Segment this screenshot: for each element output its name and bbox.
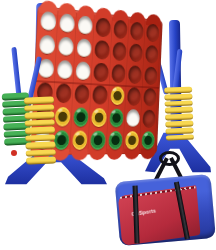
cell-r5c2[interactable] [53, 105, 73, 129]
empty-hole [39, 35, 56, 56]
empty-hole [78, 15, 93, 36]
cell-r5c7[interactable] [141, 108, 158, 130]
cell-r1c5[interactable] [111, 17, 129, 41]
cell-r6c3[interactable] [71, 129, 90, 152]
empty-hole [56, 83, 72, 103]
yellow-ring [164, 93, 192, 100]
cell-r1c3[interactable] [76, 13, 95, 38]
yellow-ring [165, 100, 193, 107]
empty-hole [94, 63, 109, 83]
cell-r4c2[interactable] [54, 81, 74, 105]
empty-hole [57, 60, 73, 80]
empty-hole [113, 19, 127, 39]
empty-hole [143, 88, 157, 107]
cell-r4c6[interactable] [125, 85, 142, 108]
empty-hole [59, 13, 75, 34]
cell-r1c6[interactable] [128, 19, 145, 43]
empty-hole [58, 36, 74, 57]
yellow-ring [24, 96, 54, 104]
cell-r6c4[interactable] [89, 129, 108, 152]
empty-hole [40, 11, 57, 32]
cell-r3c3[interactable] [74, 59, 93, 83]
yellow-disc [72, 131, 88, 150]
cell-r6c7[interactable] [140, 129, 157, 151]
yellow-ring [24, 104, 54, 112]
yellow-ring [165, 107, 193, 114]
cell-r3c7[interactable] [142, 64, 159, 87]
green-disc [90, 131, 105, 150]
cell-r2c2[interactable] [56, 34, 76, 59]
yellow-disc [110, 86, 125, 105]
cell-r3c5[interactable] [109, 62, 127, 85]
empty-hole [77, 38, 92, 58]
yellow-ring [26, 156, 56, 164]
empty-hole [76, 61, 91, 81]
carry-bag: GoSports [114, 166, 216, 248]
empty-hole [126, 109, 140, 128]
yellow-ring [25, 141, 55, 149]
yellow-ring [166, 134, 194, 141]
empty-hole [111, 64, 126, 83]
empty-hole [75, 84, 91, 104]
yellow-ring [166, 127, 194, 134]
green-disc [108, 131, 123, 150]
yellow-ring [26, 149, 56, 157]
cell-r2c6[interactable] [127, 41, 144, 64]
empty-hole [146, 23, 160, 42]
yellow-ring [165, 120, 193, 127]
cell-r2c7[interactable] [143, 43, 160, 66]
cell-r1c1[interactable] [38, 9, 58, 35]
red-knob [11, 150, 17, 156]
yellow-ring [25, 119, 55, 127]
cell-r1c4[interactable] [94, 15, 112, 39]
cell-r2c3[interactable] [75, 36, 94, 60]
cell-r4c4[interactable] [91, 83, 109, 106]
empty-hole [95, 40, 110, 60]
green-disc [141, 131, 155, 149]
cell-r5c3[interactable] [72, 105, 91, 128]
empty-hole [145, 45, 159, 64]
empty-hole [129, 43, 143, 62]
right-yellow-caddy [164, 87, 194, 141]
cell-r1c2[interactable] [57, 11, 77, 36]
yellow-ring [24, 111, 54, 119]
yellow-ring [25, 126, 55, 134]
cell-r6c5[interactable] [106, 129, 124, 151]
green-disc [54, 130, 70, 150]
empty-hole [112, 42, 126, 62]
empty-hole [128, 65, 142, 84]
yellow-disc [91, 108, 106, 127]
empty-hole [144, 66, 158, 85]
left-yellow-caddy [24, 96, 56, 164]
cell-r3c2[interactable] [55, 58, 75, 83]
empty-hole [93, 85, 108, 104]
cell-r4c7[interactable] [142, 86, 159, 108]
cell-r5c4[interactable] [90, 106, 109, 129]
yellow-disc [55, 107, 71, 127]
cell-r5c6[interactable] [124, 107, 141, 129]
empty-hole [130, 21, 144, 41]
product-photo: GoSports [0, 0, 216, 250]
empty-hole [96, 17, 111, 37]
cell-r1c7[interactable] [144, 21, 161, 44]
yellow-disc [125, 131, 139, 149]
cell-r2c4[interactable] [93, 38, 111, 62]
cell-r3c4[interactable] [92, 61, 110, 85]
cell-r3c6[interactable] [126, 63, 143, 86]
green-disc [73, 107, 89, 127]
yellow-ring [164, 87, 192, 94]
cell-r4c5[interactable] [108, 84, 126, 107]
caddy-pole-stick-left-rear [11, 47, 21, 99]
green-disc [109, 109, 124, 128]
yellow-ring [165, 114, 193, 121]
cell-r4c3[interactable] [73, 82, 92, 106]
cell-r5c5[interactable] [107, 107, 125, 130]
empty-hole [127, 87, 141, 106]
cell-r2c5[interactable] [110, 40, 128, 64]
cell-r2c1[interactable] [37, 32, 57, 57]
cell-r6c6[interactable] [123, 129, 140, 151]
yellow-ring [25, 134, 55, 142]
empty-hole [142, 110, 156, 128]
bag-handle [159, 151, 180, 166]
